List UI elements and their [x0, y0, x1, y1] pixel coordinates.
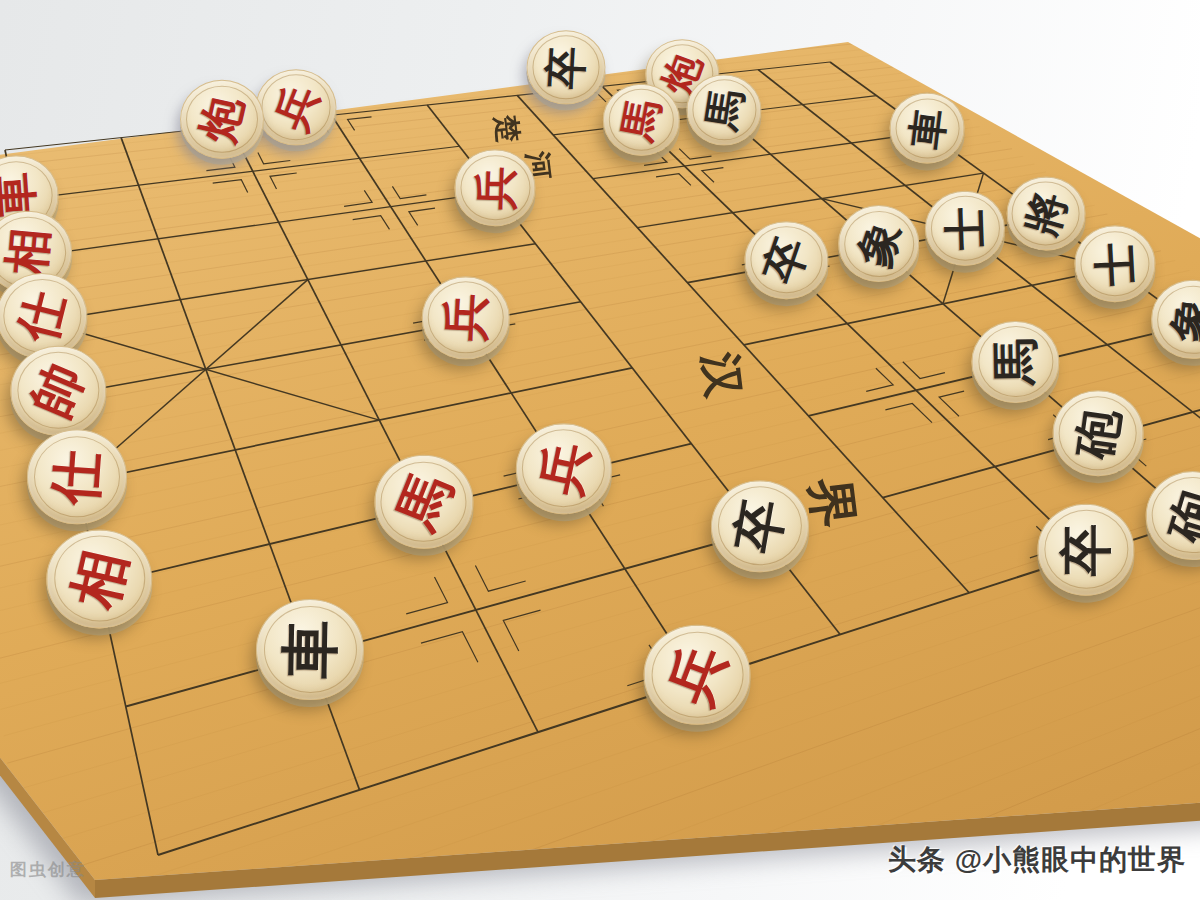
piece-black-soldier[interactable]: 卒: [527, 30, 606, 104]
piece-character: 車: [281, 620, 340, 679]
piece-red-soldier[interactable]: 兵: [421, 276, 510, 359]
piece-character: 卒: [1060, 523, 1112, 575]
piece-black-chariot[interactable]: 車: [890, 93, 965, 163]
piece-black-horse[interactable]: 馬: [687, 74, 762, 145]
piece-character: 帥: [25, 357, 92, 424]
piece-character: 車: [905, 106, 950, 151]
piece-red-general[interactable]: 帥: [11, 346, 106, 436]
piece-character: 兵: [268, 79, 325, 136]
piece-character: 象: [1168, 295, 1200, 344]
piece-character: 馬: [617, 96, 665, 144]
piece-black-soldier[interactable]: 卒: [1038, 504, 1135, 596]
piece-character: 卒: [758, 232, 815, 289]
piece-character: 仕: [48, 448, 106, 506]
watermark-tuchong: 图虫创意: [10, 858, 86, 881]
piece-red-elephant[interactable]: 相: [47, 529, 153, 628]
piece-character: 馬: [701, 87, 747, 133]
piece-black-cannon[interactable]: 砲: [1145, 471, 1200, 560]
piece-character: 將: [1020, 188, 1072, 240]
piece-black-soldier[interactable]: 卒: [745, 221, 828, 299]
piece-red-horse[interactable]: 馬: [374, 455, 473, 548]
piece-character: 象: [851, 216, 906, 271]
piece-character: 砲: [1161, 483, 1200, 547]
piece-red-soldier[interactable]: 兵: [455, 149, 536, 225]
piece-black-horse[interactable]: 馬: [972, 321, 1059, 403]
piece-red-soldier[interactable]: 兵: [256, 69, 337, 145]
piece-character: 卒: [544, 45, 589, 90]
piece-character: 馬: [992, 338, 1040, 386]
piece-character: 馬: [389, 467, 458, 536]
piece-character: 兵: [441, 293, 491, 343]
piece-character: 士: [943, 206, 987, 250]
photo-stage: 楚河汉界 車相仕帥仕相馬兵兵兵兵馬炮車卒卒卒馬象馬砲砲士車將士象炮兵卒 图虫创意…: [0, 0, 1200, 900]
piece-black-chariot[interactable]: 車: [256, 599, 364, 701]
piece-character: 砲: [1070, 406, 1125, 461]
piece-red-horse[interactable]: 馬: [603, 84, 679, 156]
piece-black-general[interactable]: 將: [1006, 177, 1085, 251]
piece-character: 士: [1092, 241, 1138, 287]
piece-red-advisor[interactable]: 仕: [0, 273, 88, 359]
piece-black-elephant[interactable]: 象: [838, 205, 920, 282]
piece-black-advisor[interactable]: 士: [925, 190, 1005, 265]
piece-red-soldier[interactable]: 兵: [644, 624, 751, 725]
piece-character: 兵: [660, 637, 735, 711]
piece-black-cannon[interactable]: 砲: [1053, 390, 1144, 475]
piece-character: 卒: [729, 495, 790, 556]
piece-black-advisor[interactable]: 士: [1074, 225, 1155, 301]
piece-character: 仕: [12, 287, 72, 347]
piece-character: 相: [3, 226, 54, 277]
piece-character: 炮: [195, 92, 249, 146]
piece-character: 兵: [473, 165, 518, 210]
piece-black-elephant[interactable]: 象: [1151, 280, 1200, 359]
piece-black-soldier[interactable]: 卒: [711, 480, 809, 572]
watermark-toutiao: 头条 @小熊眼中的世界: [888, 841, 1186, 879]
piece-red-advisor[interactable]: 仕: [27, 430, 127, 524]
piece-red-soldier[interactable]: 兵: [515, 423, 611, 514]
piece-character: 兵: [533, 438, 595, 499]
piece-red-cannon[interactable]: 炮: [180, 80, 264, 159]
pieces-layer: 車相仕帥仕相馬兵兵兵兵馬炮車卒卒卒馬象馬砲砲士車將士象炮兵卒: [0, 0, 1200, 900]
piece-character: 相: [65, 544, 133, 612]
